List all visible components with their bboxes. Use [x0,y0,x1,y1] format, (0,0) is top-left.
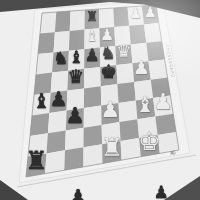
square-b8 [55,11,71,32]
piece-white-rook-e1: ♜ [100,135,123,160]
square-h8 [142,5,159,24]
overexposure-sheen [0,0,200,200]
square-h3 [153,96,173,117]
square-a5 [34,73,52,95]
piece-black-rook-d8: ♜ [86,11,98,25]
piece-black-king-e5: ♚ [100,63,117,82]
square-e4 [101,84,119,106]
square-h7 [144,23,162,43]
square-e5 [100,65,117,86]
piece-white-queen-f6: ♛ [116,44,131,61]
noise-overlay [0,0,200,200]
brand-logo-icon: ♛ [168,149,177,157]
square-d4 [84,86,101,108]
square-d3 [84,106,102,128]
captured-black-pawn: ♟ [68,187,88,200]
square-a2 [28,133,48,156]
square-a3 [30,113,49,136]
square-d2 [84,125,103,147]
square-c3 [66,108,84,130]
square-g1 [139,135,160,157]
square-g4 [134,80,153,101]
piece-black-pawn-d6: ♟ [85,47,100,64]
chess-photo: CHESSBOARD ♛ ♜♟♟♝♟♞♝♟♞♛♛♚♟♝♟♟♟♝♟♜♜♚ ♟♟ [0,0,200,200]
square-f8 [113,7,129,27]
square-e6 [100,46,117,67]
piece-black-pawn-b4: ♟ [49,88,67,108]
captured-black-pawn: ♟ [153,184,168,200]
square-c2 [65,128,84,151]
piece-black-pawn-c3: ♟ [65,105,85,127]
square-c6 [68,49,84,70]
bottom-right-shadow [0,0,200,200]
square-a8 [40,12,56,34]
square-f6 [115,44,132,65]
square-h2 [155,114,176,135]
square-d8 [85,9,100,30]
square-c4 [67,88,85,110]
board-mat [19,1,190,183]
square-f5 [116,63,134,84]
square-f1 [121,138,141,160]
square-g8 [128,6,145,26]
square-a4 [32,93,51,116]
square-h6 [146,41,164,61]
piece-black-rook-a1: ♜ [25,148,48,173]
square-e8 [99,8,114,28]
square-e1 [102,141,122,163]
square-g5 [133,61,151,82]
square-b7 [54,31,70,53]
square-e7 [99,27,115,48]
board-border [26,5,179,177]
square-c8 [70,10,85,31]
piece-white-pawn-h8: ♟ [144,6,156,20]
piece-white-bishop-g3: ♝ [136,94,156,116]
piece-black-knight-e6: ♞ [100,45,115,62]
square-g2 [137,117,157,139]
bottom-left-shadow [0,0,200,200]
square-a7 [38,32,55,54]
square-c1 [64,147,83,170]
square-h5 [149,59,168,79]
square-f2 [120,119,140,141]
square-h4 [151,78,171,99]
square-g6 [131,43,149,63]
piece-white-pawn-e3: ♟ [100,99,120,121]
square-b6 [52,51,69,73]
square-b1 [45,150,65,173]
square-d5 [84,67,101,89]
piece-white-pawn-g8: ♟ [129,7,141,21]
piece-white-bishop-d7: ♝ [85,29,99,44]
square-d1 [83,144,102,167]
square-c5 [67,69,84,91]
square-e3 [101,103,119,125]
square-d6 [84,48,100,69]
square-e2 [102,122,121,144]
piece-white-pawn-g5: ♟ [133,59,150,78]
piece-white-king-g1: ♚ [138,129,161,154]
chessboard: CHESSBOARD ♛ [0,0,200,200]
piece-black-bishop-c6: ♝ [69,49,84,66]
piece-white-pawn-e7: ♟ [100,27,114,42]
square-a1 [26,153,47,177]
square-b2 [47,130,66,153]
square-f3 [119,101,138,123]
square-b5 [51,71,68,93]
board-squares [26,5,179,177]
brand-text: CHESSBOARD [165,44,176,78]
piece-white-pawn-h3: ♟ [153,92,173,114]
square-h1 [158,132,179,154]
square-f4 [117,82,135,103]
square-b4 [49,91,67,113]
piece-black-knight-b6: ♞ [53,51,68,68]
square-g3 [136,98,156,119]
piece-black-bishop-a4: ♝ [32,91,50,111]
piece-black-queen-c5: ♛ [68,67,85,86]
square-a6 [36,52,54,74]
square-f7 [114,26,131,46]
mat-shadow-line [17,155,196,187]
square-c7 [69,30,85,51]
top-shadow-band [0,0,200,200]
square-d7 [84,28,100,49]
square-g7 [129,24,146,44]
square-b3 [48,111,67,134]
